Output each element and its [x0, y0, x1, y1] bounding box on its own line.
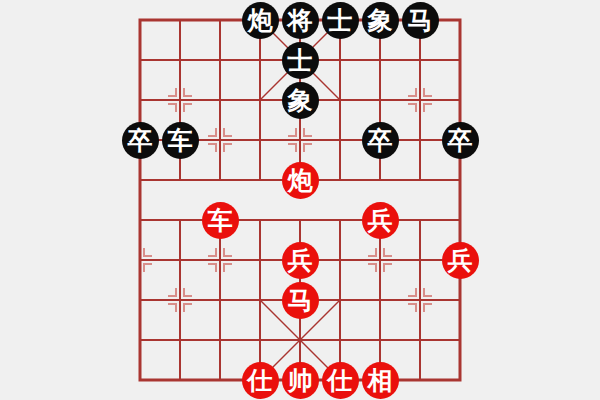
- piece-red-soldier[interactable]: 兵: [282, 242, 319, 279]
- piece-black-soldier[interactable]: 卒: [442, 122, 479, 159]
- piece-black-elephant[interactable]: 象: [362, 2, 399, 39]
- piece-black-soldier[interactable]: 卒: [362, 122, 399, 159]
- piece-black-horse[interactable]: 马: [402, 2, 439, 39]
- piece-black-advisor[interactable]: 士: [322, 2, 359, 39]
- piece-red-chariot[interactable]: 车: [202, 202, 239, 239]
- piece-red-soldier[interactable]: 兵: [362, 202, 399, 239]
- piece-red-advisor[interactable]: 仕: [322, 362, 359, 399]
- piece-black-cannon[interactable]: 炮: [242, 2, 279, 39]
- piece-red-advisor[interactable]: 仕: [242, 362, 279, 399]
- piece-black-advisor[interactable]: 士: [282, 42, 319, 79]
- piece-black-chariot[interactable]: 车: [162, 122, 199, 159]
- piece-red-horse[interactable]: 马: [282, 282, 319, 319]
- piece-red-cannon[interactable]: 炮: [282, 162, 319, 199]
- piece-red-elephant[interactable]: 相: [362, 362, 399, 399]
- xiangqi-board[interactable]: 炮将士象马士象卒车卒卒炮车兵兵兵马仕帅仕相: [120, 0, 480, 400]
- piece-red-general[interactable]: 帅: [282, 362, 319, 399]
- piece-black-soldier[interactable]: 卒: [122, 122, 159, 159]
- xiangqi-app: 炮将士象马士象卒车卒卒炮车兵兵兵马仕帅仕相: [0, 0, 600, 400]
- piece-black-elephant[interactable]: 象: [282, 82, 319, 119]
- piece-red-soldier[interactable]: 兵: [442, 242, 479, 279]
- piece-black-general[interactable]: 将: [282, 2, 319, 39]
